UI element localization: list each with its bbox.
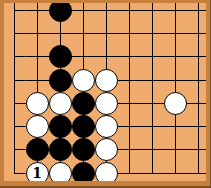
- board-intersection[interactable]: [4, 45, 26, 68]
- board-intersection[interactable]: [164, 162, 187, 181]
- board-intersection[interactable]: [49, 22, 72, 45]
- black-stone: [72, 92, 95, 115]
- go-diagram: 1: [0, 0, 211, 188]
- white-stone: [95, 115, 118, 138]
- board-intersection[interactable]: [118, 162, 141, 181]
- board-intersection[interactable]: [118, 115, 141, 138]
- black-stone: [72, 115, 95, 138]
- board-intersection[interactable]: [26, 3, 49, 22]
- board-intersection[interactable]: [141, 115, 164, 138]
- board-intersection[interactable]: [4, 115, 26, 138]
- board-intersection[interactable]: [72, 22, 95, 45]
- board-intersection[interactable]: [4, 162, 26, 181]
- board-intersection[interactable]: [72, 68, 95, 91]
- board-intersection[interactable]: [95, 45, 118, 68]
- board-intersection[interactable]: [164, 115, 187, 138]
- board-intersection[interactable]: [49, 92, 72, 115]
- board-intersection[interactable]: [164, 3, 187, 22]
- board-intersection[interactable]: [49, 138, 72, 161]
- board-intersection[interactable]: [49, 45, 72, 68]
- board-intersection[interactable]: [4, 138, 26, 161]
- board-intersection[interactable]: [118, 92, 141, 115]
- board-intersection[interactable]: [141, 162, 164, 181]
- board-intersection[interactable]: [49, 3, 72, 22]
- black-stone: [49, 115, 72, 138]
- black-stone: [72, 138, 95, 161]
- board-intersection[interactable]: [4, 22, 26, 45]
- board-intersection[interactable]: [118, 68, 141, 91]
- board-intersection[interactable]: [95, 3, 118, 22]
- board-intersection[interactable]: [26, 68, 49, 91]
- board-intersection[interactable]: [4, 68, 26, 91]
- board-intersection[interactable]: [187, 162, 206, 181]
- board-intersection[interactable]: [95, 138, 118, 161]
- board-intersection[interactable]: [141, 22, 164, 45]
- board-intersection[interactable]: [187, 22, 206, 45]
- board-intersection[interactable]: [164, 138, 187, 161]
- board-intersection[interactable]: [72, 115, 95, 138]
- white-stone: [95, 138, 118, 161]
- white-stone: [26, 92, 49, 115]
- board-intersection[interactable]: [49, 162, 72, 181]
- board-intersection[interactable]: [26, 115, 49, 138]
- white-stone: [49, 92, 72, 115]
- board-intersection[interactable]: [164, 92, 187, 115]
- board-intersection[interactable]: [187, 45, 206, 68]
- board-grid: 1: [4, 3, 206, 181]
- board-intersection[interactable]: [187, 115, 206, 138]
- board-intersection[interactable]: [118, 3, 141, 22]
- white-stone: [95, 92, 118, 115]
- board-intersection[interactable]: [49, 115, 72, 138]
- black-stone: [49, 3, 72, 22]
- board-intersection[interactable]: [118, 22, 141, 45]
- white-stone: [49, 162, 72, 181]
- black-stone: [26, 138, 49, 161]
- move-number-label: 1: [32, 166, 42, 180]
- board-intersection[interactable]: [95, 68, 118, 91]
- board-intersection[interactable]: [95, 22, 118, 45]
- board-intersection[interactable]: [72, 138, 95, 161]
- board-intersection[interactable]: [72, 162, 95, 181]
- board-intersection[interactable]: [164, 22, 187, 45]
- black-stone: [49, 138, 72, 161]
- board-intersection[interactable]: [95, 162, 118, 181]
- board-intersection[interactable]: [141, 45, 164, 68]
- board-intersection[interactable]: [187, 68, 206, 91]
- black-stone: [49, 45, 72, 68]
- board-intersection[interactable]: [187, 138, 206, 161]
- board-intersection[interactable]: [95, 115, 118, 138]
- board-intersection[interactable]: [187, 92, 206, 115]
- board-intersection[interactable]: [118, 45, 141, 68]
- board-intersection[interactable]: [72, 92, 95, 115]
- white-stone: [72, 69, 95, 92]
- black-stone: [72, 162, 95, 181]
- go-board: 1: [4, 3, 206, 181]
- board-intersection[interactable]: [164, 45, 187, 68]
- board-intersection[interactable]: [26, 138, 49, 161]
- board-intersection[interactable]: [49, 68, 72, 91]
- board-intersection[interactable]: [118, 138, 141, 161]
- board-intersection[interactable]: [72, 3, 95, 22]
- board-intersection[interactable]: [95, 92, 118, 115]
- board-intersection[interactable]: [164, 68, 187, 91]
- board-intersection[interactable]: [141, 68, 164, 91]
- board-intersection[interactable]: [72, 45, 95, 68]
- board-intersection[interactable]: [187, 3, 206, 22]
- white-stone: [95, 162, 118, 181]
- board-intersection[interactable]: [4, 92, 26, 115]
- board-intersection[interactable]: [26, 45, 49, 68]
- white-stone: [26, 115, 49, 138]
- board-intersection[interactable]: [26, 22, 49, 45]
- white-stone: 1: [26, 162, 49, 181]
- white-stone: [164, 92, 187, 115]
- board-intersection[interactable]: [26, 92, 49, 115]
- board-intersection[interactable]: [141, 3, 164, 22]
- board-intersection[interactable]: 1: [26, 162, 49, 181]
- board-intersection[interactable]: [4, 3, 26, 22]
- board-intersection[interactable]: [141, 138, 164, 161]
- board-intersection[interactable]: [141, 92, 164, 115]
- white-stone: [95, 69, 118, 92]
- black-stone: [49, 69, 72, 92]
